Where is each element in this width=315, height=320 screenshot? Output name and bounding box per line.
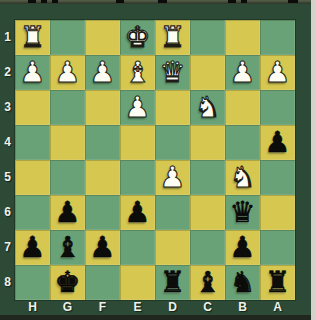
piece-black-knight-icon: ♞ xyxy=(230,265,256,300)
top-artifact-mark xyxy=(241,0,247,3)
rank-labels: 12345678 xyxy=(0,20,15,300)
piece-white-pawn-icon: ♟ xyxy=(265,55,291,90)
piece-white-rook-icon: ♜ xyxy=(160,20,186,55)
piece-black-pawn-icon: ♟ xyxy=(55,195,81,230)
top-artifact-mark xyxy=(52,0,58,3)
square-c3[interactable]: ♞ xyxy=(190,90,225,125)
file-label-e: E xyxy=(120,300,155,315)
square-d1[interactable]: ♜ xyxy=(155,20,190,55)
top-artifact-mark xyxy=(28,0,36,3)
square-h8[interactable] xyxy=(15,265,50,300)
square-c7[interactable] xyxy=(190,230,225,265)
square-h2[interactable]: ♟ xyxy=(15,55,50,90)
square-b5[interactable]: ♞ xyxy=(225,160,260,195)
piece-white-rook-icon: ♜ xyxy=(20,20,46,55)
file-label-h: H xyxy=(15,300,50,315)
file-label-b: B xyxy=(225,300,260,315)
rank-label-5: 5 xyxy=(0,160,15,195)
square-f8[interactable] xyxy=(85,265,120,300)
page-background-strip xyxy=(311,0,315,320)
square-a3[interactable] xyxy=(260,90,295,125)
square-b6[interactable]: ♛ xyxy=(225,195,260,230)
square-g2[interactable]: ♟ xyxy=(50,55,85,90)
square-b3[interactable] xyxy=(225,90,260,125)
square-g1[interactable] xyxy=(50,20,85,55)
square-c8[interactable]: ♝ xyxy=(190,265,225,300)
file-labels: HGFEDCBA xyxy=(15,300,295,315)
piece-white-pawn-icon: ♟ xyxy=(160,160,186,195)
square-b4[interactable] xyxy=(225,125,260,160)
file-label-f: F xyxy=(85,300,120,315)
rank-label-7: 7 xyxy=(0,230,15,265)
square-d2[interactable]: ♛ xyxy=(155,55,190,90)
piece-white-pawn-icon: ♟ xyxy=(125,90,151,125)
square-h3[interactable] xyxy=(15,90,50,125)
rank-label-2: 2 xyxy=(0,55,15,90)
piece-white-knight-icon: ♞ xyxy=(230,160,256,195)
top-edge-artifact-strip xyxy=(0,0,315,4)
square-b2[interactable]: ♟ xyxy=(225,55,260,90)
top-artifact-mark xyxy=(158,0,167,3)
square-g8[interactable]: ♚ xyxy=(50,265,85,300)
rank-label-1: 1 xyxy=(0,20,15,55)
square-f1[interactable] xyxy=(85,20,120,55)
square-f4[interactable] xyxy=(85,125,120,160)
square-h7[interactable]: ♟ xyxy=(15,230,50,265)
piece-white-pawn-icon: ♟ xyxy=(230,55,256,90)
square-e1[interactable]: ♚ xyxy=(120,20,155,55)
square-g3[interactable] xyxy=(50,90,85,125)
square-d3[interactable] xyxy=(155,90,190,125)
rank-label-6: 6 xyxy=(0,195,15,230)
square-d6[interactable] xyxy=(155,195,190,230)
piece-black-rook-icon: ♜ xyxy=(160,265,186,300)
square-e2[interactable]: ♝ xyxy=(120,55,155,90)
square-c6[interactable] xyxy=(190,195,225,230)
square-a4[interactable]: ♟ xyxy=(260,125,295,160)
square-e4[interactable] xyxy=(120,125,155,160)
piece-black-pawn-icon: ♟ xyxy=(125,195,151,230)
file-label-g: G xyxy=(50,300,85,315)
square-g5[interactable] xyxy=(50,160,85,195)
square-e7[interactable] xyxy=(120,230,155,265)
rank-label-4: 4 xyxy=(0,125,15,160)
square-a2[interactable]: ♟ xyxy=(260,55,295,90)
square-g7[interactable]: ♝ xyxy=(50,230,85,265)
square-d5[interactable]: ♟ xyxy=(155,160,190,195)
square-c2[interactable] xyxy=(190,55,225,90)
piece-white-pawn-icon: ♟ xyxy=(20,55,46,90)
file-label-a: A xyxy=(260,300,295,315)
square-b1[interactable] xyxy=(225,20,260,55)
square-f7[interactable]: ♟ xyxy=(85,230,120,265)
chess-board-diagram: ♜♚♜♟♟♟♝♛♟♟♟♞♟♟♞♟♟♛♟♝♟♟♚♜♝♞♜ 12345678 HGF… xyxy=(0,0,315,320)
square-f5[interactable] xyxy=(85,160,120,195)
top-artifact-mark xyxy=(288,0,298,3)
square-c1[interactable] xyxy=(190,20,225,55)
square-e6[interactable]: ♟ xyxy=(120,195,155,230)
piece-black-rook-icon: ♜ xyxy=(265,265,291,300)
square-a5[interactable] xyxy=(260,160,295,195)
rank-label-8: 8 xyxy=(0,265,15,300)
square-e5[interactable] xyxy=(120,160,155,195)
square-c5[interactable] xyxy=(190,160,225,195)
piece-white-queen-icon: ♛ xyxy=(160,55,186,90)
piece-black-king-icon: ♚ xyxy=(55,265,81,300)
piece-black-queen-icon: ♛ xyxy=(230,195,256,230)
square-a6[interactable] xyxy=(260,195,295,230)
square-d8[interactable]: ♜ xyxy=(155,265,190,300)
square-d4[interactable] xyxy=(155,125,190,160)
piece-white-bishop-icon: ♝ xyxy=(125,55,151,90)
square-f2[interactable]: ♟ xyxy=(85,55,120,90)
piece-white-king-icon: ♚ xyxy=(125,20,151,55)
piece-white-pawn-icon: ♟ xyxy=(55,55,81,90)
piece-black-pawn-icon: ♟ xyxy=(265,125,291,160)
bottom-edge-strip xyxy=(0,315,311,320)
chess-board: ♜♚♜♟♟♟♝♛♟♟♟♞♟♟♞♟♟♛♟♝♟♟♚♜♝♞♜ xyxy=(15,20,295,300)
square-d7[interactable] xyxy=(155,230,190,265)
square-c4[interactable] xyxy=(190,125,225,160)
square-a8[interactable]: ♜ xyxy=(260,265,295,300)
top-artifact-mark xyxy=(41,0,47,3)
square-h4[interactable] xyxy=(15,125,50,160)
piece-white-knight-icon: ♞ xyxy=(195,90,221,125)
square-b7[interactable]: ♟ xyxy=(225,230,260,265)
square-a1[interactable] xyxy=(260,20,295,55)
piece-black-pawn-icon: ♟ xyxy=(90,230,116,265)
piece-black-bishop-icon: ♝ xyxy=(195,265,221,300)
square-g6[interactable]: ♟ xyxy=(50,195,85,230)
piece-white-pawn-icon: ♟ xyxy=(90,55,116,90)
file-label-d: D xyxy=(155,300,190,315)
square-h6[interactable] xyxy=(15,195,50,230)
rank-label-3: 3 xyxy=(0,90,15,125)
square-f6[interactable] xyxy=(85,195,120,230)
file-label-c: C xyxy=(190,300,225,315)
square-h5[interactable] xyxy=(15,160,50,195)
square-b8[interactable]: ♞ xyxy=(225,265,260,300)
piece-black-bishop-icon: ♝ xyxy=(55,230,81,265)
top-artifact-mark xyxy=(116,0,124,3)
square-e3[interactable]: ♟ xyxy=(120,90,155,125)
square-h1[interactable]: ♜ xyxy=(15,20,50,55)
square-f3[interactable] xyxy=(85,90,120,125)
piece-black-pawn-icon: ♟ xyxy=(230,230,256,265)
square-g4[interactable] xyxy=(50,125,85,160)
top-artifact-mark xyxy=(228,0,236,3)
square-e8[interactable] xyxy=(120,265,155,300)
piece-black-pawn-icon: ♟ xyxy=(20,230,46,265)
square-a7[interactable] xyxy=(260,230,295,265)
